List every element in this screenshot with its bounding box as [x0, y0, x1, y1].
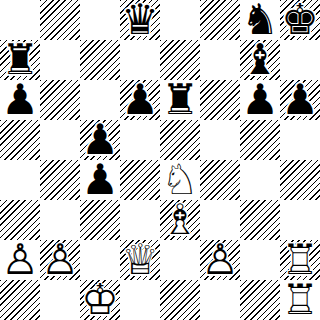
- square-c8[interactable]: [80, 0, 120, 40]
- square-e4[interactable]: ♞♘: [160, 160, 200, 200]
- square-a2[interactable]: ♟♙: [0, 240, 40, 280]
- square-c1[interactable]: ♚♔: [80, 280, 120, 320]
- piece-white-queen-d2: ♛♕: [120, 240, 160, 280]
- square-e6[interactable]: ♜: [160, 80, 200, 120]
- square-d1[interactable]: [120, 280, 160, 320]
- square-e7[interactable]: [160, 40, 200, 80]
- square-g5[interactable]: [240, 120, 280, 160]
- square-d7[interactable]: [120, 40, 160, 80]
- square-g8[interactable]: ♞: [240, 0, 280, 40]
- square-a6[interactable]: ♟: [0, 80, 40, 120]
- piece-outline: ♙: [200, 240, 240, 280]
- piece-outline: ♘: [160, 160, 200, 200]
- piece-black-pawn-c5: ♟: [80, 120, 120, 160]
- piece-glyph: ♟: [0, 80, 40, 120]
- square-d2[interactable]: ♛♕: [120, 240, 160, 280]
- square-c3[interactable]: [80, 200, 120, 240]
- square-e2[interactable]: [160, 240, 200, 280]
- square-h4[interactable]: [280, 160, 320, 200]
- piece-white-pawn-f2: ♟♙: [200, 240, 240, 280]
- square-h6[interactable]: ♟: [280, 80, 320, 120]
- square-f1[interactable]: [200, 280, 240, 320]
- square-g2[interactable]: [240, 240, 280, 280]
- piece-fill: ♛: [120, 240, 160, 280]
- square-d3[interactable]: [120, 200, 160, 240]
- piece-white-rook-h1: ♜♖: [280, 280, 320, 320]
- piece-glyph: ♟: [120, 80, 160, 120]
- square-g6[interactable]: ♟: [240, 80, 280, 120]
- square-e8[interactable]: [160, 0, 200, 40]
- square-d8[interactable]: ♛: [120, 0, 160, 40]
- square-g1[interactable]: [240, 280, 280, 320]
- square-c6[interactable]: [80, 80, 120, 120]
- piece-fill: ♝: [160, 200, 200, 240]
- square-b2[interactable]: ♟♙: [40, 240, 80, 280]
- piece-black-king-h8: ♚: [280, 0, 320, 40]
- piece-fill: ♜: [280, 280, 320, 320]
- square-d6[interactable]: ♟: [120, 80, 160, 120]
- square-h2[interactable]: ♜♖: [280, 240, 320, 280]
- square-d4[interactable]: [120, 160, 160, 200]
- square-h1[interactable]: ♜♖: [280, 280, 320, 320]
- piece-outline: ♖: [280, 240, 320, 280]
- piece-black-pawn-d6: ♟: [120, 80, 160, 120]
- piece-glyph: ♚: [280, 0, 320, 40]
- piece-white-pawn-b2: ♟♙: [40, 240, 80, 280]
- square-g3[interactable]: [240, 200, 280, 240]
- square-f3[interactable]: [200, 200, 240, 240]
- piece-fill: ♜: [280, 240, 320, 280]
- square-a4[interactable]: [0, 160, 40, 200]
- square-b5[interactable]: [40, 120, 80, 160]
- piece-white-king-c1: ♚♔: [80, 280, 120, 320]
- square-h5[interactable]: [280, 120, 320, 160]
- square-e1[interactable]: [160, 280, 200, 320]
- piece-white-bishop-e3: ♝♗: [160, 200, 200, 240]
- piece-glyph: ♜: [0, 40, 40, 80]
- piece-outline: ♕: [120, 240, 160, 280]
- square-a3[interactable]: [0, 200, 40, 240]
- square-b3[interactable]: [40, 200, 80, 240]
- square-a7[interactable]: ♜: [0, 40, 40, 80]
- piece-outline: ♔: [80, 280, 120, 320]
- piece-black-pawn-a6: ♟: [0, 80, 40, 120]
- square-c7[interactable]: [80, 40, 120, 80]
- square-b7[interactable]: [40, 40, 80, 80]
- piece-fill: ♟: [40, 240, 80, 280]
- piece-glyph: ♛: [120, 0, 160, 40]
- piece-glyph: ♞: [240, 0, 280, 40]
- square-b4[interactable]: [40, 160, 80, 200]
- piece-black-rook-e6: ♜: [160, 80, 200, 120]
- square-b1[interactable]: [40, 280, 80, 320]
- piece-glyph: ♟: [80, 160, 120, 200]
- piece-black-rook-a7: ♜: [0, 40, 40, 80]
- piece-black-bishop-g7: ♝: [240, 40, 280, 80]
- piece-white-pawn-a2: ♟♙: [0, 240, 40, 280]
- square-h8[interactable]: ♚: [280, 0, 320, 40]
- square-d5[interactable]: [120, 120, 160, 160]
- piece-black-pawn-c4: ♟: [80, 160, 120, 200]
- piece-white-rook-h2: ♜♖: [280, 240, 320, 280]
- piece-black-pawn-g6: ♟: [240, 80, 280, 120]
- piece-glyph: ♜: [160, 80, 200, 120]
- piece-outline: ♖: [280, 280, 320, 320]
- piece-fill: ♟: [0, 240, 40, 280]
- piece-glyph: ♟: [240, 80, 280, 120]
- square-c5[interactable]: ♟: [80, 120, 120, 160]
- piece-black-knight-g8: ♞: [240, 0, 280, 40]
- square-f5[interactable]: [200, 120, 240, 160]
- chess-board: ♛♞♚♜♝♟♟♜♟♟♟♟♞♘♝♗♟♙♟♙♛♕♟♙♜♖♚♔♜♖: [0, 0, 320, 320]
- square-g7[interactable]: ♝: [240, 40, 280, 80]
- square-g4[interactable]: [240, 160, 280, 200]
- piece-glyph: ♟: [280, 80, 320, 120]
- piece-outline: ♙: [40, 240, 80, 280]
- piece-fill: ♞: [160, 160, 200, 200]
- square-a8[interactable]: [0, 0, 40, 40]
- square-f6[interactable]: [200, 80, 240, 120]
- square-c4[interactable]: ♟: [80, 160, 120, 200]
- piece-glyph: ♟: [80, 120, 120, 160]
- square-f2[interactable]: ♟♙: [200, 240, 240, 280]
- piece-black-queen-d8: ♛: [120, 0, 160, 40]
- piece-white-knight-e4: ♞♘: [160, 160, 200, 200]
- square-b8[interactable]: [40, 0, 80, 40]
- square-f4[interactable]: [200, 160, 240, 200]
- square-h3[interactable]: [280, 200, 320, 240]
- square-f8[interactable]: [200, 0, 240, 40]
- piece-glyph: ♝: [240, 40, 280, 80]
- square-h7[interactable]: [280, 40, 320, 80]
- square-e3[interactable]: ♝♗: [160, 200, 200, 240]
- piece-fill: ♚: [80, 280, 120, 320]
- piece-outline: ♗: [160, 200, 200, 240]
- square-e5[interactable]: [160, 120, 200, 160]
- piece-fill: ♟: [200, 240, 240, 280]
- piece-outline: ♙: [0, 240, 40, 280]
- piece-black-pawn-h6: ♟: [280, 80, 320, 120]
- square-f7[interactable]: [200, 40, 240, 80]
- square-a1[interactable]: [0, 280, 40, 320]
- square-b6[interactable]: [40, 80, 80, 120]
- square-c2[interactable]: [80, 240, 120, 280]
- square-a5[interactable]: [0, 120, 40, 160]
